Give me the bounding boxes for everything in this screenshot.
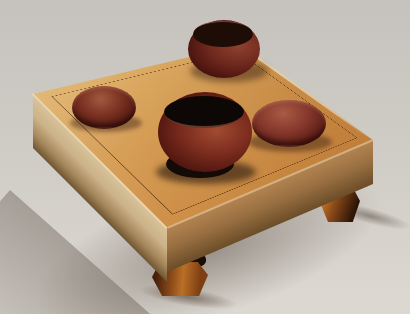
black-bowl-stones	[164, 96, 244, 128]
white-bowl-stones	[193, 21, 253, 47]
left-bowl-lid	[72, 86, 136, 129]
right-bowl-lid	[252, 100, 326, 147]
goban-photo-scene	[0, 0, 410, 314]
